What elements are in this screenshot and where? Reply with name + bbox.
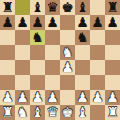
square-c4[interactable] [30, 60, 45, 75]
square-e4[interactable]: ♟ [60, 60, 75, 75]
white-pawn-on-a2[interactable]: ♟ [1, 90, 13, 105]
square-d7[interactable]: ♟ [45, 15, 60, 30]
square-b7[interactable]: ♟ [15, 15, 30, 30]
black-pawn-on-d7[interactable]: ♟ [46, 15, 58, 30]
black-pawn-on-g7[interactable]: ♟ [91, 15, 103, 30]
square-c6-lastmove-highlight[interactable]: ♞ [30, 30, 45, 45]
square-e1[interactable]: ♚ [60, 105, 75, 120]
white-bishop-on-c1[interactable]: ♝ [31, 105, 43, 120]
square-g5[interactable] [90, 45, 105, 60]
square-a1[interactable]: ♜ [0, 105, 15, 120]
square-f6[interactable]: ♞ [75, 30, 90, 45]
square-f1[interactable]: ♝ [75, 105, 90, 120]
square-c5[interactable] [30, 45, 45, 60]
white-bishop-on-f1[interactable]: ♝ [76, 105, 88, 120]
white-rook-on-a1[interactable]: ♜ [1, 105, 13, 120]
square-b1[interactable]: ♞ [15, 105, 30, 120]
white-pawn-on-c2[interactable]: ♟ [31, 90, 43, 105]
square-b4[interactable] [15, 60, 30, 75]
square-d5[interactable] [45, 45, 60, 60]
square-g1[interactable] [90, 105, 105, 120]
square-d6[interactable] [45, 30, 60, 45]
black-knight-on-f6[interactable]: ♞ [76, 30, 88, 45]
square-g4[interactable] [90, 60, 105, 75]
white-pawn-on-b2[interactable]: ♟ [16, 90, 28, 105]
square-a4[interactable] [0, 60, 15, 75]
square-b6[interactable] [15, 30, 30, 45]
square-e3[interactable] [60, 75, 75, 90]
square-h4[interactable] [105, 60, 120, 75]
black-pawn-on-b7[interactable]: ♟ [16, 15, 28, 30]
white-pawn-on-d2[interactable]: ♟ [46, 90, 58, 105]
square-g6[interactable] [90, 30, 105, 45]
square-h5[interactable] [105, 45, 120, 60]
white-king-on-e1[interactable]: ♚ [61, 105, 73, 120]
square-f4[interactable] [75, 60, 90, 75]
black-queen-on-d8[interactable]: ♛ [46, 0, 58, 15]
square-g2[interactable]: ♟ [90, 90, 105, 105]
white-knight-on-b1[interactable]: ♞ [16, 105, 28, 120]
square-h6[interactable] [105, 30, 120, 45]
black-rook-on-h8[interactable]: ♜ [106, 0, 118, 15]
square-a7[interactable]: ♟ [0, 15, 15, 30]
white-pawn-on-f2[interactable]: ♟ [76, 90, 88, 105]
black-pawn-on-f7[interactable]: ♟ [76, 15, 88, 30]
black-bishop-on-f8[interactable]: ♝ [76, 0, 88, 15]
black-king-on-e8[interactable]: ♚ [61, 0, 73, 15]
black-bishop-on-c8[interactable]: ♝ [31, 0, 43, 15]
white-queen-on-d1[interactable]: ♛ [46, 105, 58, 120]
square-f5[interactable] [75, 45, 90, 60]
square-d1[interactable]: ♛ [45, 105, 60, 120]
black-pawn-on-c7[interactable]: ♟ [31, 15, 43, 30]
square-a5[interactable] [0, 45, 15, 60]
square-h7[interactable]: ♟ [105, 15, 120, 30]
square-b5[interactable] [15, 45, 30, 60]
black-pawn-on-a7[interactable]: ♟ [1, 15, 13, 30]
white-pawn-on-e4[interactable]: ♟ [61, 60, 73, 75]
square-c1[interactable]: ♝ [30, 105, 45, 120]
white-pawn-on-h2[interactable]: ♟ [106, 90, 118, 105]
white-rook-on-h1[interactable]: ♜ [106, 105, 118, 120]
white-pawn-on-g2[interactable]: ♟ [91, 90, 103, 105]
square-e8[interactable]: ♚ [60, 0, 75, 15]
square-g7[interactable]: ♟ [90, 15, 105, 30]
square-e7[interactable] [60, 15, 75, 30]
chess-board: ♜♝♛♚♝♜♟♟♟♟♟♟♟♞♞♞♟♟♟♟♟♟♟♟♜♞♝♛♚♝♜ [0, 0, 120, 120]
black-pawn-on-h7[interactable]: ♟ [106, 15, 118, 30]
square-a6[interactable] [0, 30, 15, 45]
black-knight-on-c6[interactable]: ♞ [31, 30, 43, 45]
square-h1[interactable]: ♜ [105, 105, 120, 120]
black-rook-on-a8[interactable]: ♜ [1, 0, 13, 15]
white-knight-on-e5[interactable]: ♞ [61, 45, 73, 60]
square-d4[interactable] [45, 60, 60, 75]
